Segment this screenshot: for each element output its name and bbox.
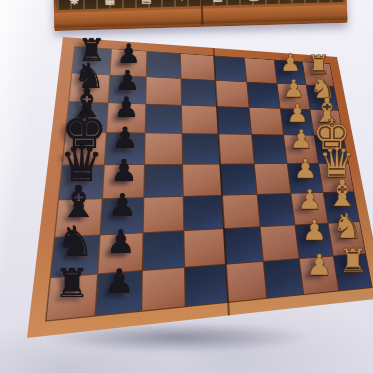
square <box>181 54 214 80</box>
square <box>314 136 348 163</box>
square <box>217 107 251 134</box>
square <box>249 108 283 135</box>
square <box>184 195 222 229</box>
square <box>218 135 253 164</box>
square <box>69 74 109 103</box>
square <box>145 164 183 196</box>
square <box>51 235 100 277</box>
square <box>214 56 246 82</box>
square <box>220 164 256 195</box>
panel-icon: ▤ <box>249 0 260 2</box>
square <box>306 85 338 110</box>
square <box>72 47 111 75</box>
star-icon: ✶ <box>177 0 187 4</box>
square <box>254 164 290 194</box>
chessboard <box>27 37 373 338</box>
square <box>222 194 260 228</box>
lattice-icon: ▦ <box>105 0 116 6</box>
square <box>247 82 280 108</box>
square <box>55 199 102 237</box>
board-grid <box>45 46 373 322</box>
square <box>146 105 182 134</box>
square <box>46 274 97 320</box>
square <box>145 134 182 164</box>
square <box>107 103 145 132</box>
square <box>59 165 104 199</box>
square <box>183 134 219 163</box>
square <box>103 165 144 198</box>
square <box>263 259 302 298</box>
square <box>257 193 294 226</box>
square <box>96 271 142 315</box>
square <box>295 224 332 259</box>
square <box>98 233 142 273</box>
square <box>105 133 145 164</box>
square <box>144 197 184 232</box>
square <box>291 193 327 225</box>
square <box>146 77 181 105</box>
square <box>310 110 343 136</box>
square <box>277 84 309 109</box>
square <box>328 222 365 256</box>
square <box>284 136 318 163</box>
square <box>245 58 277 83</box>
square <box>274 60 305 85</box>
square <box>185 229 225 267</box>
square <box>303 62 334 86</box>
square <box>260 225 298 261</box>
square <box>280 109 313 135</box>
chess-set-photo: ❋▦▤✶▦▤▦❋ ♜♞♝♛♚♝♞♜♟♟♟♟♟♟♟♟♟♟♟♟♟♟♟♟♜♞♝♛♚♝♞… <box>0 0 373 373</box>
square <box>183 164 220 196</box>
square <box>182 106 217 134</box>
square <box>215 81 248 107</box>
square <box>101 198 144 235</box>
square <box>299 256 338 294</box>
square <box>142 268 185 311</box>
square <box>287 163 322 192</box>
panel-icon: ▤ <box>141 0 152 5</box>
square <box>109 75 146 103</box>
square <box>334 254 372 291</box>
square <box>182 79 216 106</box>
square <box>143 231 184 270</box>
square <box>252 135 287 163</box>
square <box>66 102 108 132</box>
square <box>147 52 181 79</box>
square <box>63 133 106 165</box>
square <box>226 262 266 302</box>
rosette-icon: ❋ <box>70 0 80 7</box>
square <box>319 163 354 192</box>
lattice-icon: ▦ <box>212 0 223 3</box>
square <box>185 265 226 306</box>
square <box>223 227 262 264</box>
square <box>323 192 359 223</box>
square <box>111 49 147 76</box>
grid-icon: ▦ <box>285 0 296 1</box>
